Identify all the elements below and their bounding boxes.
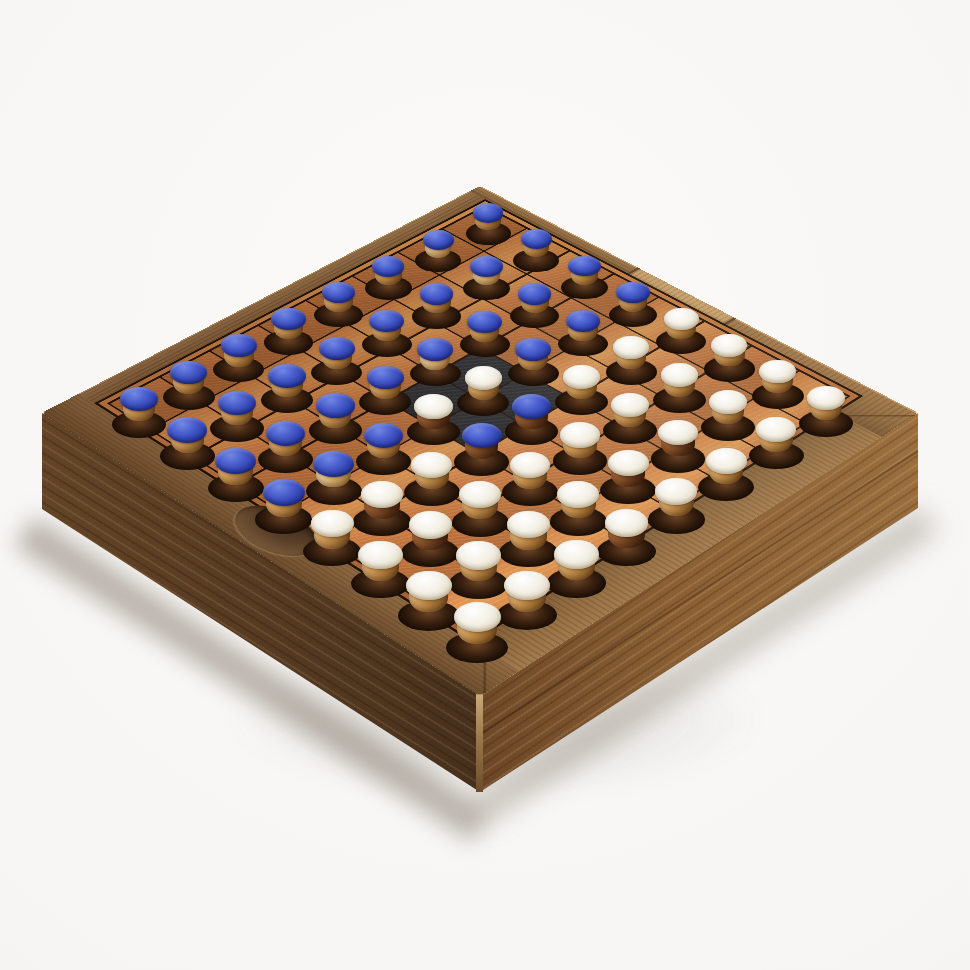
peg-white[interactable] xyxy=(446,602,508,663)
peg-top-white-icon xyxy=(557,481,599,508)
peg-top-white-icon xyxy=(664,308,699,330)
peg-top-white-icon xyxy=(605,509,648,537)
peg-blue[interactable] xyxy=(365,256,412,299)
peg-white[interactable] xyxy=(407,394,461,445)
peg-white[interactable] xyxy=(553,422,608,474)
peg-top-white-icon xyxy=(406,571,452,600)
peg-blue[interactable] xyxy=(356,423,411,475)
peg-blue[interactable] xyxy=(314,282,363,327)
peg-top-white-icon xyxy=(361,481,403,508)
peg-top-blue-icon xyxy=(364,423,404,448)
peg-top-white-icon xyxy=(454,602,501,632)
peg-blue[interactable] xyxy=(460,311,510,357)
peg-top-white-icon xyxy=(358,541,403,570)
peg-blue[interactable] xyxy=(561,256,608,299)
peg-blue[interactable] xyxy=(609,282,658,327)
peg-blue[interactable] xyxy=(463,256,510,299)
peg-blue[interactable] xyxy=(415,230,461,272)
peg-blue[interactable] xyxy=(264,308,314,354)
peg-top-white-icon xyxy=(756,417,796,442)
peg-top-blue-icon xyxy=(566,310,601,332)
peg-top-white-icon xyxy=(465,366,502,390)
peg-blue[interactable] xyxy=(163,361,215,410)
peg-top-white-icon xyxy=(608,450,649,476)
peg-white[interactable] xyxy=(648,478,705,533)
peg-top-white-icon xyxy=(414,394,453,419)
peg-top-blue-icon xyxy=(462,423,502,448)
peg-top-blue-icon xyxy=(372,256,404,277)
peg-top-blue-icon xyxy=(263,479,305,506)
peg-white[interactable] xyxy=(656,308,706,354)
peg-white[interactable] xyxy=(704,334,755,382)
peg-top-blue-icon xyxy=(467,311,502,333)
peg-blue[interactable] xyxy=(412,283,461,328)
peg-top-white-icon xyxy=(311,510,354,538)
peg-white[interactable] xyxy=(651,420,706,472)
peg-top-blue-icon xyxy=(266,421,306,446)
peg-blue[interactable] xyxy=(505,394,559,445)
peg-top-white-icon xyxy=(510,452,551,478)
peg-top-white-icon xyxy=(611,393,650,418)
peg-top-white-icon xyxy=(504,571,550,600)
peg-blue[interactable] xyxy=(258,421,313,473)
peg-white[interactable] xyxy=(555,365,607,414)
peg-top-blue-icon xyxy=(313,451,354,477)
peg-blue[interactable] xyxy=(311,337,362,385)
peg-top-white-icon xyxy=(661,363,698,387)
peg-top-white-icon xyxy=(456,541,501,570)
peg-blue[interactable] xyxy=(210,391,264,442)
peg-white[interactable] xyxy=(752,360,804,409)
peg-top-blue-icon xyxy=(319,337,355,360)
peg-top-white-icon xyxy=(560,422,600,447)
peg-top-blue-icon xyxy=(515,338,551,361)
peg-blue[interactable] xyxy=(359,366,411,415)
peg-top-blue-icon xyxy=(367,366,404,390)
peg-blue[interactable] xyxy=(510,283,559,328)
peg-top-blue-icon xyxy=(420,283,454,305)
peg-top-blue-icon xyxy=(518,283,552,305)
peg-top-white-icon xyxy=(409,511,452,539)
peg-blue[interactable] xyxy=(513,229,559,271)
peg-white[interactable] xyxy=(701,390,755,441)
peg-top-blue-icon xyxy=(568,256,600,277)
peg-blue[interactable] xyxy=(213,334,264,382)
peg-white[interactable] xyxy=(653,363,705,412)
peg-blue[interactable] xyxy=(508,338,559,386)
peg-blue[interactable] xyxy=(160,417,215,469)
peg-blue[interactable] xyxy=(261,364,313,413)
peg-white[interactable] xyxy=(603,393,657,444)
scene xyxy=(0,0,970,970)
peg-white[interactable] xyxy=(698,448,754,502)
peg-blue[interactable] xyxy=(309,393,363,444)
peg-top-blue-icon xyxy=(316,393,355,418)
peg-top-blue-icon xyxy=(423,230,454,250)
peg-blue[interactable] xyxy=(466,203,511,244)
peg-blue[interactable] xyxy=(454,423,509,475)
peg-top-white-icon xyxy=(711,334,747,357)
peg-top-white-icon xyxy=(554,540,599,569)
peg-top-blue-icon xyxy=(512,394,551,419)
peg-white[interactable] xyxy=(457,366,509,415)
peg-top-blue-icon xyxy=(473,203,503,222)
peg-white[interactable] xyxy=(606,336,657,384)
peg-blue[interactable] xyxy=(410,338,461,386)
peg-top-blue-icon xyxy=(268,364,305,388)
peg-blue[interactable] xyxy=(362,310,412,356)
peg-white[interactable] xyxy=(749,417,804,469)
peg-blue[interactable] xyxy=(558,310,608,356)
peg-top-blue-icon xyxy=(616,282,650,304)
peg-top-blue-icon xyxy=(167,417,207,442)
peg-white[interactable] xyxy=(799,386,853,437)
peg-top-white-icon xyxy=(706,448,747,474)
peg-top-blue-icon xyxy=(470,256,502,277)
peg-blue[interactable] xyxy=(112,387,166,438)
